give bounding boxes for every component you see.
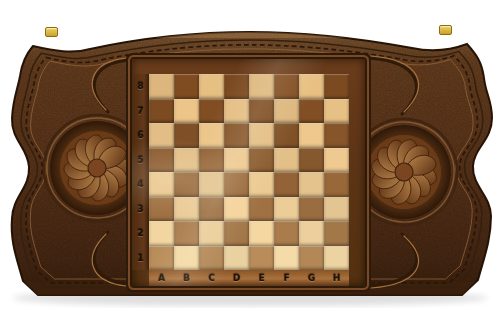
square-e1[interactable] — [249, 246, 274, 271]
square-e5[interactable] — [249, 148, 274, 173]
square-b6[interactable] — [174, 123, 199, 148]
square-g1[interactable] — [299, 246, 324, 271]
rank-label-1: 1 — [132, 246, 149, 271]
square-f4[interactable] — [274, 172, 299, 197]
square-e3[interactable] — [249, 197, 274, 222]
rank-label-2: 2 — [132, 221, 149, 246]
square-h5[interactable] — [324, 148, 349, 173]
square-b8[interactable] — [174, 74, 199, 99]
square-h4[interactable] — [324, 172, 349, 197]
square-f7[interactable] — [274, 99, 299, 124]
square-h1[interactable] — [324, 246, 349, 271]
square-f3[interactable] — [274, 197, 299, 222]
square-g2[interactable] — [299, 221, 324, 246]
brass-hinge-right — [439, 25, 452, 35]
square-e4[interactable] — [249, 172, 274, 197]
rank-label-4: 4 — [132, 172, 149, 197]
file-label-g: G — [299, 270, 324, 286]
square-e2[interactable] — [249, 221, 274, 246]
square-a4[interactable] — [149, 172, 174, 197]
file-label-d: D — [224, 270, 249, 286]
square-h6[interactable] — [324, 123, 349, 148]
square-d7[interactable] — [224, 99, 249, 124]
file-label-c: C — [199, 270, 224, 286]
square-h3[interactable] — [324, 197, 349, 222]
square-c6[interactable] — [199, 123, 224, 148]
square-h2[interactable] — [324, 221, 349, 246]
square-h7[interactable] — [324, 99, 349, 124]
square-d5[interactable] — [224, 148, 249, 173]
square-g7[interactable] — [299, 99, 324, 124]
rank-labels: 87654321 — [132, 74, 149, 270]
square-c8[interactable] — [199, 74, 224, 99]
square-c3[interactable] — [199, 197, 224, 222]
square-f1[interactable] — [274, 246, 299, 271]
square-g5[interactable] — [299, 148, 324, 173]
square-d3[interactable] — [224, 197, 249, 222]
brass-hinge-left — [45, 27, 58, 37]
photo-of-carved-chess-case: 87654321 ABCDEFGH — [0, 0, 500, 333]
rank-label-6: 6 — [132, 123, 149, 148]
square-c1[interactable] — [199, 246, 224, 271]
square-e7[interactable] — [249, 99, 274, 124]
file-label-f: F — [274, 270, 299, 286]
square-e8[interactable] — [249, 74, 274, 99]
rank-label-3: 3 — [132, 197, 149, 222]
file-label-e: E — [249, 270, 274, 286]
square-a7[interactable] — [149, 99, 174, 124]
file-labels: ABCDEFGH — [149, 270, 349, 286]
square-a1[interactable] — [149, 246, 174, 271]
square-b7[interactable] — [174, 99, 199, 124]
square-c5[interactable] — [199, 148, 224, 173]
square-d6[interactable] — [224, 123, 249, 148]
square-f6[interactable] — [274, 123, 299, 148]
square-f2[interactable] — [274, 221, 299, 246]
square-d8[interactable] — [224, 74, 249, 99]
square-d2[interactable] — [224, 221, 249, 246]
square-a8[interactable] — [149, 74, 174, 99]
chess-grid — [149, 74, 349, 270]
square-c2[interactable] — [199, 221, 224, 246]
square-h8[interactable] — [324, 74, 349, 99]
square-a5[interactable] — [149, 148, 174, 173]
square-f5[interactable] — [274, 148, 299, 173]
file-label-h: H — [324, 270, 349, 286]
square-b3[interactable] — [174, 197, 199, 222]
file-label-a: A — [149, 270, 174, 286]
square-d1[interactable] — [224, 246, 249, 271]
square-g4[interactable] — [299, 172, 324, 197]
file-label-b: B — [174, 270, 199, 286]
square-g8[interactable] — [299, 74, 324, 99]
square-g3[interactable] — [299, 197, 324, 222]
square-f8[interactable] — [274, 74, 299, 99]
chessboard: 87654321 ABCDEFGH — [132, 59, 365, 286]
rank-label-7: 7 — [132, 99, 149, 124]
square-b2[interactable] — [174, 221, 199, 246]
rank-label-5: 5 — [132, 148, 149, 173]
square-e6[interactable] — [249, 123, 274, 148]
square-b1[interactable] — [174, 246, 199, 271]
square-d4[interactable] — [224, 172, 249, 197]
rank-label-8: 8 — [132, 74, 149, 99]
square-b5[interactable] — [174, 148, 199, 173]
square-c4[interactable] — [199, 172, 224, 197]
square-a3[interactable] — [149, 197, 174, 222]
square-g6[interactable] — [299, 123, 324, 148]
square-a6[interactable] — [149, 123, 174, 148]
square-a2[interactable] — [149, 221, 174, 246]
square-b4[interactable] — [174, 172, 199, 197]
square-c7[interactable] — [199, 99, 224, 124]
